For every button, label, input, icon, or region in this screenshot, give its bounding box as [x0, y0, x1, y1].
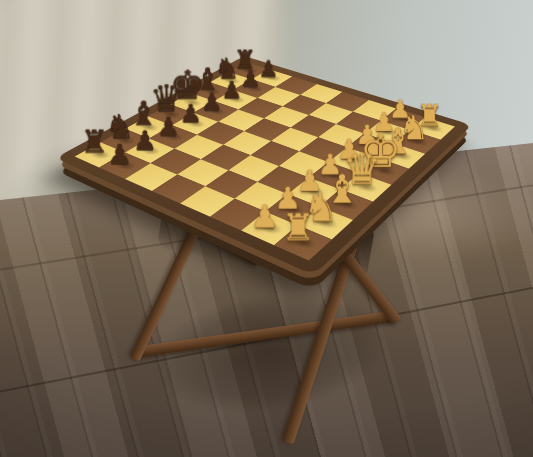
- photo-scene: ♜♟♟♜♞♟♟♞♝♟♟♝♚♟♟♚♛♟♟♛♝♟♟♝♞♟♟♞♜♟♟♜ Overhea…: [0, 0, 533, 457]
- chess-table: ♜♟♟♜♞♟♟♞♝♟♟♝♚♟♟♚♛♟♟♛♝♟♟♝♞♟♟♞♜♟♟♜: [122, 0, 420, 290]
- piece-black-pawn[interactable]: ♟: [96, 141, 143, 169]
- square-a1[interactable]: ♜: [274, 225, 332, 260]
- square-a7[interactable]: ♟: [99, 153, 150, 179]
- chess-board: ♜♟♟♜♞♟♟♞♝♟♟♝♚♟♟♚♛♟♟♛♝♟♟♝♞♟♟♞♜♟♟♜: [75, 62, 455, 260]
- piece-white-rook[interactable]: ♜: [271, 210, 325, 247]
